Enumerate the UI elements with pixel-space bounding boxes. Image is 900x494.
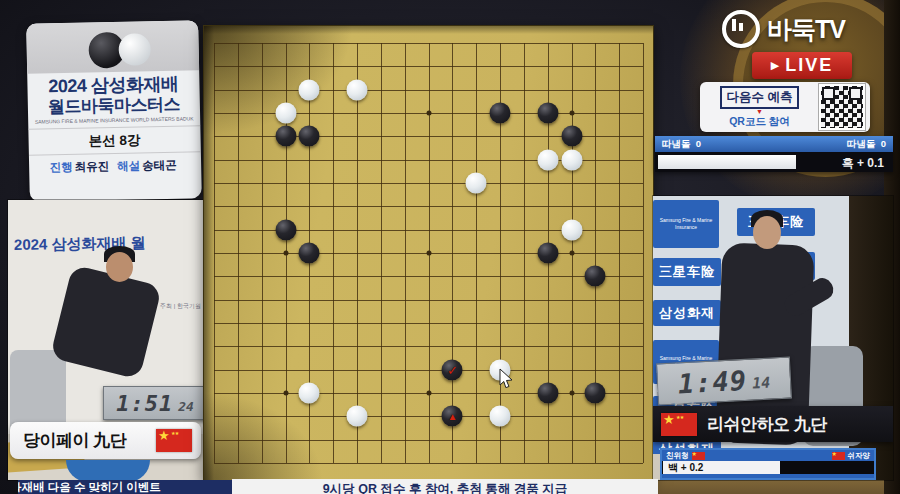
black-stone: ▲ <box>442 406 463 427</box>
other-game-right-player: 쉬자양 <box>832 451 871 461</box>
tournament-title-card: 2024 삼성화재배 월드바둑마스터스 SAMSUNG FIRE & MARIN… <box>26 20 202 202</box>
go-board[interactable]: ✓▲ <box>204 26 653 482</box>
board-vignette-bottomleft <box>204 392 324 482</box>
star-point <box>569 111 574 116</box>
player-left-head <box>106 252 133 282</box>
clock-left-main: 1:51 <box>116 391 173 416</box>
star-point <box>283 391 288 396</box>
channel-name: 바둑TV <box>767 13 845 46</box>
player-right-head <box>753 216 781 249</box>
white-stone <box>299 383 320 404</box>
black-stone <box>275 219 296 240</box>
clock-right-seconds: 14 <box>752 374 771 393</box>
badukTV-logo-icon <box>722 10 760 48</box>
name-bar-right: 리쉬안하오 九단 <box>653 406 893 442</box>
grid-line-vertical <box>524 43 525 463</box>
left-backdrop-subtext: 주최 | 한국기원 <box>160 302 201 311</box>
black-stone <box>585 383 606 404</box>
clock-left: 1:51 24 <box>103 386 205 420</box>
grid-line-vertical <box>619 43 620 463</box>
black-stone <box>299 243 320 264</box>
other-game-left-player: 친위청 <box>666 451 705 461</box>
clock-right-main: 1:49 <box>677 364 748 399</box>
channel-logo: 바둑TV <box>722 10 845 48</box>
black-stone <box>299 126 320 147</box>
black-stone <box>537 103 558 124</box>
star-point <box>426 391 431 396</box>
white-stone <box>561 219 582 240</box>
sponsor-logo: Samsung Fire & Marine Insurance <box>653 200 719 248</box>
white-stone <box>275 103 296 124</box>
evaluation-text: 흑 + 0.1 <box>842 155 884 172</box>
other-game-widget: 친위청 쉬자양 백 + 0.2 <box>660 448 876 480</box>
white-stone <box>537 149 558 170</box>
next-move-prediction-box: 다음수 예측 ▼ QR코드 참여 <box>700 82 870 132</box>
commentator-name: 송태곤 <box>142 159 177 172</box>
white-stone <box>490 406 511 427</box>
player-panel-right: Samsung Fire & Marine Insurance 三星车险 三星车… <box>653 196 893 480</box>
china-flag-icon <box>832 452 845 460</box>
white-stone <box>561 149 582 170</box>
white-stone <box>347 79 368 100</box>
play-icon: ▶ <box>771 59 779 72</box>
china-flag-icon <box>661 413 697 436</box>
china-flag-icon <box>692 452 705 460</box>
black-stone <box>537 383 558 404</box>
white-stone-icon <box>118 33 151 66</box>
black-stone: ✓ <box>442 359 463 380</box>
player-panel-left: 2024 삼성화재배 월 주최 | 한국기원 1:51 24 당이페이 九단 <box>8 200 205 480</box>
prediction-subtitle: QR코드 참여 <box>700 115 819 129</box>
qr-code <box>819 84 865 130</box>
player-left-name: 당이페이 九단 <box>10 429 156 452</box>
star-point <box>283 251 288 256</box>
china-flag-icon <box>156 429 192 452</box>
live-label: LIVE <box>785 55 833 76</box>
grid-line-horizontal <box>214 323 643 324</box>
evaluation-bar: 따냄돌 0 따냄돌 0 흑 + 0.1 <box>655 136 893 172</box>
grid-line-horizontal <box>214 416 643 417</box>
white-stone <box>299 79 320 100</box>
other-game-white-ratio-bar: 백 + 0.2 <box>663 461 780 474</box>
name-bar-left: 당이페이 九단 <box>10 422 201 459</box>
star-point <box>426 251 431 256</box>
black-stone <box>537 243 558 264</box>
grid-line-horizontal <box>214 276 643 277</box>
star-point <box>426 111 431 116</box>
captures-row: 따냄돌 0 따냄돌 0 <box>655 136 893 152</box>
grid-line-horizontal <box>214 346 643 347</box>
star-point <box>569 391 574 396</box>
black-stone <box>585 266 606 287</box>
panel-decor <box>66 460 150 480</box>
grid-line-horizontal <box>214 463 643 464</box>
commentator-label: 해설 <box>117 159 140 171</box>
prediction-title: 다음수 예측 <box>720 86 800 109</box>
player-right-name: 리쉬안하오 九단 <box>707 413 827 436</box>
winrate-row: 흑 + 0.1 <box>655 152 893 172</box>
host-label: 진행 <box>50 161 73 173</box>
grid-line-vertical <box>452 43 453 463</box>
red-triangle-marker-icon: ▲ <box>447 411 457 421</box>
white-ratio-bar <box>658 155 796 169</box>
grid-line-vertical <box>643 43 644 463</box>
grid-line-vertical <box>476 43 477 463</box>
sponsor-logo: 三星车险 <box>653 258 721 286</box>
ticker-right: 9시당 QR 접수 후 참여, 추첨 통해 경품 지급 <box>232 479 658 494</box>
grid-line-horizontal <box>214 440 643 441</box>
white-stone <box>347 406 368 427</box>
grid-line-horizontal <box>214 370 643 371</box>
grid-line-horizontal <box>214 300 643 301</box>
clock-left-seconds: 24 <box>178 399 194 414</box>
star-point <box>569 251 574 256</box>
captures-left: 따냄돌 0 <box>662 138 701 151</box>
host-name: 최유진 <box>75 160 110 173</box>
black-stone <box>561 126 582 147</box>
white-stone <box>466 173 487 194</box>
clock-right: 1:49 14 <box>656 357 792 406</box>
red-check-marker-icon: ✓ <box>447 363 458 376</box>
captures-right: 따냄돌 0 <box>847 138 886 151</box>
sponsor-logo: 삼성화재 <box>653 300 721 326</box>
black-stone <box>490 103 511 124</box>
other-game-winrate-row: 백 + 0.2 <box>662 461 874 474</box>
stones-photo <box>26 20 199 74</box>
live-badge: ▶ LIVE <box>752 52 852 79</box>
tournament-title-line2: 월드바둑마스터스 <box>28 94 200 118</box>
other-game-evaluation: 백 + 0.2 <box>663 461 703 475</box>
round-label: 본선 8강 <box>28 125 201 155</box>
staff-line: 진행최유진해설송태곤 <box>29 151 202 181</box>
broadcast-screen: 2024 삼성화재배 월드바둑마스터스 SAMSUNG FIRE & MARIN… <box>0 0 900 494</box>
player-left-body <box>50 264 162 379</box>
black-stone <box>275 126 296 147</box>
ticker-left: 화재배 다음 수 맞히기 이벤트 <box>18 480 232 494</box>
mouse-cursor-icon <box>498 368 514 388</box>
